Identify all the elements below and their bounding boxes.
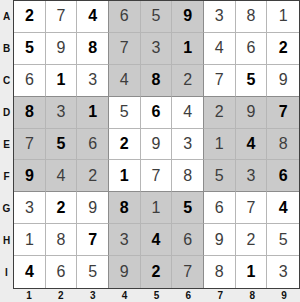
col-label-9: 9 bbox=[268, 289, 300, 302]
cell-C7[interactable]: 7 bbox=[204, 65, 236, 97]
cell-H2[interactable]: 8 bbox=[46, 224, 78, 256]
sudoku-grid: 2746593815987314626134827598315642977562… bbox=[13, 0, 300, 289]
cell-C2[interactable]: 1 bbox=[46, 65, 78, 97]
cell-B2[interactable]: 9 bbox=[46, 33, 78, 65]
cell-F1[interactable]: 9 bbox=[14, 160, 46, 192]
cell-A6[interactable]: 9 bbox=[172, 1, 204, 33]
cell-E8[interactable]: 4 bbox=[236, 129, 268, 161]
cell-I1[interactable]: 4 bbox=[14, 256, 46, 288]
col-labels: 123456789 bbox=[13, 289, 300, 302]
cell-G8[interactable]: 7 bbox=[236, 192, 268, 224]
cell-I4[interactable]: 9 bbox=[109, 256, 141, 288]
cell-C4[interactable]: 4 bbox=[109, 65, 141, 97]
col-label-4: 4 bbox=[109, 289, 141, 302]
col-label-5: 5 bbox=[141, 289, 173, 302]
cell-D7[interactable]: 2 bbox=[204, 97, 236, 129]
cell-F6[interactable]: 8 bbox=[172, 160, 204, 192]
cell-C8[interactable]: 5 bbox=[236, 65, 268, 97]
cell-G6[interactable]: 5 bbox=[172, 192, 204, 224]
cell-B3[interactable]: 8 bbox=[77, 33, 109, 65]
cell-D2[interactable]: 3 bbox=[46, 97, 78, 129]
cell-H7[interactable]: 9 bbox=[204, 224, 236, 256]
row-label-E: E bbox=[0, 128, 13, 160]
cell-F4[interactable]: 1 bbox=[109, 160, 141, 192]
cell-B4[interactable]: 7 bbox=[109, 33, 141, 65]
cell-H3[interactable]: 7 bbox=[77, 224, 109, 256]
cell-F9[interactable]: 6 bbox=[267, 160, 299, 192]
cell-H1[interactable]: 1 bbox=[14, 224, 46, 256]
cell-A1[interactable]: 2 bbox=[14, 1, 46, 33]
cell-I2[interactable]: 6 bbox=[46, 256, 78, 288]
cell-D6[interactable]: 4 bbox=[172, 97, 204, 129]
row-label-H: H bbox=[0, 225, 13, 257]
cell-I8[interactable]: 1 bbox=[236, 256, 268, 288]
cell-B6[interactable]: 1 bbox=[172, 33, 204, 65]
cell-E3[interactable]: 6 bbox=[77, 129, 109, 161]
cell-D3[interactable]: 1 bbox=[77, 97, 109, 129]
cell-I5[interactable]: 2 bbox=[141, 256, 173, 288]
cell-D5[interactable]: 6 bbox=[141, 97, 173, 129]
cell-I9[interactable]: 3 bbox=[267, 256, 299, 288]
cell-G7[interactable]: 6 bbox=[204, 192, 236, 224]
cell-H4[interactable]: 3 bbox=[109, 224, 141, 256]
cell-H9[interactable]: 5 bbox=[267, 224, 299, 256]
cell-E4[interactable]: 2 bbox=[109, 129, 141, 161]
cell-H6[interactable]: 6 bbox=[172, 224, 204, 256]
cell-A4[interactable]: 6 bbox=[109, 1, 141, 33]
cell-G5[interactable]: 1 bbox=[141, 192, 173, 224]
cell-G1[interactable]: 3 bbox=[14, 192, 46, 224]
cell-E6[interactable]: 3 bbox=[172, 129, 204, 161]
cell-D4[interactable]: 5 bbox=[109, 97, 141, 129]
row-label-G: G bbox=[0, 193, 13, 225]
row-label-B: B bbox=[0, 32, 13, 64]
cell-E9[interactable]: 8 bbox=[267, 129, 299, 161]
col-label-6: 6 bbox=[172, 289, 204, 302]
row-label-A: A bbox=[0, 0, 13, 32]
cell-B9[interactable]: 2 bbox=[267, 33, 299, 65]
row-label-D: D bbox=[0, 96, 13, 128]
cell-B1[interactable]: 5 bbox=[14, 33, 46, 65]
cell-C6[interactable]: 2 bbox=[172, 65, 204, 97]
cell-F7[interactable]: 5 bbox=[204, 160, 236, 192]
cell-E2[interactable]: 5 bbox=[46, 129, 78, 161]
cell-B5[interactable]: 3 bbox=[141, 33, 173, 65]
cell-A8[interactable]: 8 bbox=[236, 1, 268, 33]
cell-F8[interactable]: 3 bbox=[236, 160, 268, 192]
sudoku-app: ABCDEFGHI 274659381598731462613482759831… bbox=[0, 0, 300, 302]
cell-H5[interactable]: 4 bbox=[141, 224, 173, 256]
row-labels: ABCDEFGHI bbox=[0, 0, 13, 289]
cell-C1[interactable]: 6 bbox=[14, 65, 46, 97]
row-label-I: I bbox=[0, 257, 13, 289]
col-label-1: 1 bbox=[13, 289, 45, 302]
cell-B7[interactable]: 4 bbox=[204, 33, 236, 65]
col-label-7: 7 bbox=[204, 289, 236, 302]
cell-C3[interactable]: 3 bbox=[77, 65, 109, 97]
cell-A9[interactable]: 1 bbox=[267, 1, 299, 33]
cell-E5[interactable]: 9 bbox=[141, 129, 173, 161]
cell-I6[interactable]: 7 bbox=[172, 256, 204, 288]
row-label-F: F bbox=[0, 161, 13, 193]
cell-A5[interactable]: 5 bbox=[141, 1, 173, 33]
cell-G3[interactable]: 9 bbox=[77, 192, 109, 224]
cell-A7[interactable]: 3 bbox=[204, 1, 236, 33]
cell-G4[interactable]: 8 bbox=[109, 192, 141, 224]
cell-E1[interactable]: 7 bbox=[14, 129, 46, 161]
cell-A3[interactable]: 4 bbox=[77, 1, 109, 33]
cell-H8[interactable]: 2 bbox=[236, 224, 268, 256]
cell-G9[interactable]: 4 bbox=[267, 192, 299, 224]
cell-F5[interactable]: 7 bbox=[141, 160, 173, 192]
col-label-8: 8 bbox=[236, 289, 268, 302]
cell-A2[interactable]: 7 bbox=[46, 1, 78, 33]
col-label-2: 2 bbox=[45, 289, 77, 302]
cell-F3[interactable]: 2 bbox=[77, 160, 109, 192]
cell-C5[interactable]: 8 bbox=[141, 65, 173, 97]
cell-E7[interactable]: 1 bbox=[204, 129, 236, 161]
cell-F2[interactable]: 4 bbox=[46, 160, 78, 192]
col-label-3: 3 bbox=[77, 289, 109, 302]
cell-B8[interactable]: 6 bbox=[236, 33, 268, 65]
cell-D9[interactable]: 7 bbox=[267, 97, 299, 129]
cell-D1[interactable]: 8 bbox=[14, 97, 46, 129]
cell-C9[interactable]: 9 bbox=[267, 65, 299, 97]
cell-I7[interactable]: 8 bbox=[204, 256, 236, 288]
cell-I3[interactable]: 5 bbox=[77, 256, 109, 288]
row-label-C: C bbox=[0, 64, 13, 96]
cell-D8[interactable]: 9 bbox=[236, 97, 268, 129]
cell-G2[interactable]: 2 bbox=[46, 192, 78, 224]
